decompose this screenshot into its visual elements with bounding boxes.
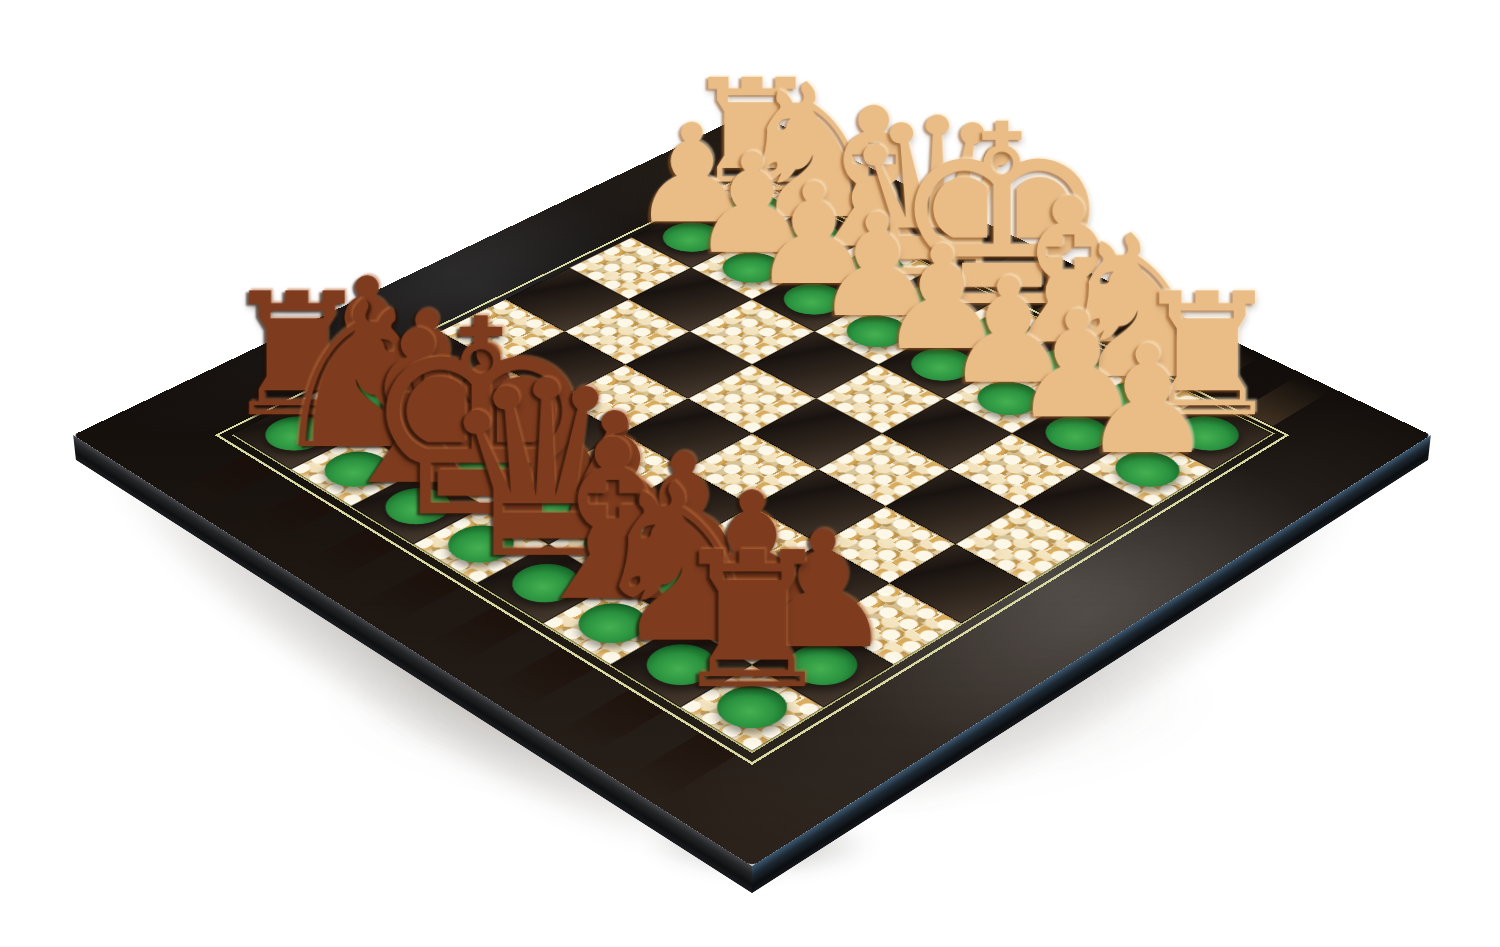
chess-board-slab: ♜♞♝♛♚♝♞♜♟♟♟♟♟♟♟♟♟♟♟♟♟♟♟♟♜♞♝♚♛♝♞♜ [73, 111, 1431, 866]
product-photo-scene: ♜♞♝♛♚♝♞♜♟♟♟♟♟♟♟♟♟♟♟♟♟♟♟♟♜♞♝♚♛♝♞♜ [0, 0, 1500, 947]
board-grid: ♜♞♝♛♚♝♞♜♟♟♟♟♟♟♟♟♟♟♟♟♟♟♟♟♜♞♝♚♛♝♞♜ [232, 178, 1275, 753]
pawn-glyph: ♟ [1080, 325, 1214, 475]
light-pawn-a2: ♟ [1101, 423, 1194, 516]
board-frame: ♜♞♝♛♚♝♞♜♟♟♟♟♟♟♟♟♟♟♟♟♟♟♟♟♜♞♝♚♛♝♞♜ [215, 172, 1290, 765]
rook-glyph: ♜ [668, 527, 836, 715]
